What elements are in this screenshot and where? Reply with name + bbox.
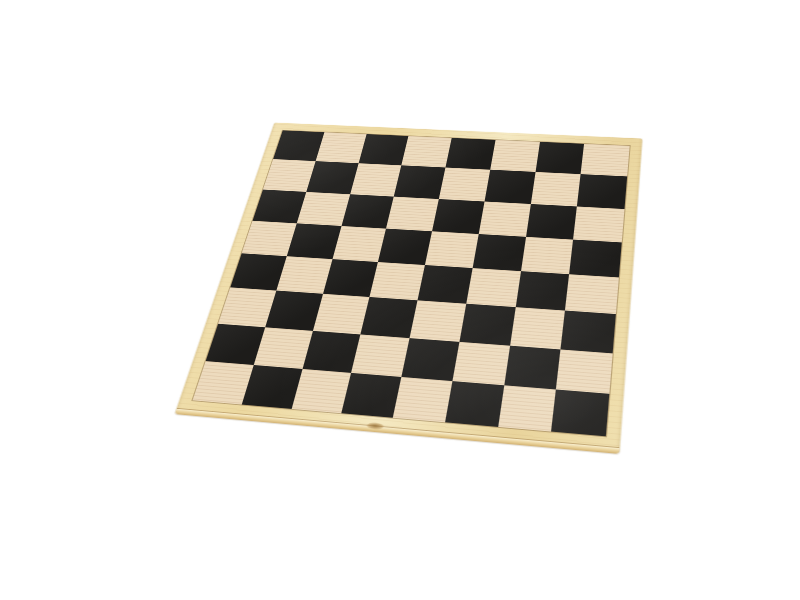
square-h5: [569, 239, 621, 277]
square-d5: [378, 228, 432, 265]
square-g8: [535, 142, 584, 174]
square-f5: [472, 234, 525, 271]
square-d6: [386, 196, 439, 231]
square-h6: [573, 206, 624, 242]
square-d4: [370, 262, 425, 300]
square-d2: [351, 334, 409, 377]
square-f2: [452, 341, 509, 385]
square-g6: [526, 204, 578, 240]
square-d3: [361, 297, 418, 338]
square-g4: [515, 271, 569, 311]
square-c6: [341, 194, 394, 229]
chessboard: [174, 122, 643, 454]
square-f8: [490, 140, 540, 172]
square-g1: [498, 385, 557, 432]
page-background: [0, 0, 800, 600]
square-c5: [332, 226, 386, 262]
square-g2: [504, 345, 561, 389]
square-h1: [551, 389, 609, 436]
square-f7: [484, 170, 535, 204]
square-e5: [425, 231, 479, 268]
square-e6: [432, 199, 484, 234]
square-e1: [393, 377, 452, 423]
square-e4: [417, 265, 472, 304]
square-g5: [521, 237, 574, 275]
square-h3: [561, 311, 616, 353]
square-e2: [401, 338, 459, 381]
square-h2: [556, 349, 613, 394]
square-e3: [410, 301, 466, 342]
square-g3: [510, 307, 566, 349]
square-f1: [445, 381, 504, 427]
square-g7: [530, 172, 580, 206]
square-e7: [439, 168, 490, 201]
square-d7: [394, 165, 445, 198]
square-h8: [581, 144, 630, 177]
square-c8: [358, 134, 408, 165]
square-f4: [466, 268, 521, 307]
square-f3: [459, 304, 515, 345]
square-h4: [565, 274, 619, 314]
square-d1: [342, 373, 402, 418]
square-e8: [445, 138, 495, 170]
square-h7: [577, 174, 627, 208]
square-c7: [350, 163, 402, 196]
square-d8: [401, 136, 451, 168]
square-f6: [478, 201, 530, 236]
